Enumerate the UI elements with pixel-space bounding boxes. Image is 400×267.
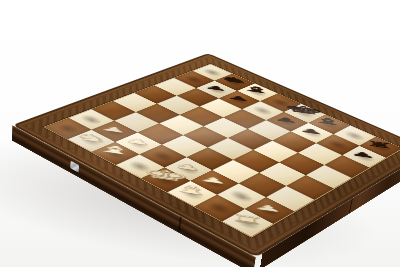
piece-glyph: ♟ [181, 55, 208, 84]
piece-glyph: ♟ [250, 85, 278, 116]
piece-glyph: ♜ [51, 94, 88, 134]
board-frame: ♜♞♝♛♚♝♞♜♟♟♟♟♟♟♟♟♟♟♟♟♟♟♟♟♜♞♝♛♚♝♞♜ abcdefg… [12, 53, 400, 257]
piece-glyph: ♟ [227, 94, 252, 102]
piece-glyph: ♟ [350, 150, 376, 160]
square-e5[interactable] [228, 129, 272, 150]
piece-glyph: ♜ [364, 139, 395, 150]
square-e1[interactable]: ♚ [141, 168, 190, 193]
piece-glyph: ♟ [324, 118, 353, 150]
fold-seam [178, 216, 182, 233]
piece-glyph: ♟ [299, 127, 324, 136]
piece-glyph: ♛ [116, 117, 168, 173]
piece-glyph: ♟ [274, 115, 299, 124]
square-h1[interactable]: ♜ [222, 209, 273, 237]
camera-roll-wrapper: ♜♞♝♛♚♝♞♜♟♟♟♟♟♟♟♟♟♟♟♟♟♟♟♟♜♞♝♛♚♝♞♜ abcdefg… [0, 0, 400, 267]
photo-stage: ♜♞♝♛♚♝♞♜♟♟♟♟♟♟♟♟♟♟♟♟♟♟♟♟♜♞♝♛♚♝♞♜ abcdefg… [0, 0, 400, 267]
fold-seam [349, 198, 353, 214]
piece-glyph: ♞ [198, 164, 244, 214]
metal-clasp-icon [70, 161, 79, 173]
square-e4[interactable] [208, 138, 253, 160]
piece-glyph: ♟ [204, 84, 228, 92]
piece-glyph: ♟ [254, 202, 283, 213]
